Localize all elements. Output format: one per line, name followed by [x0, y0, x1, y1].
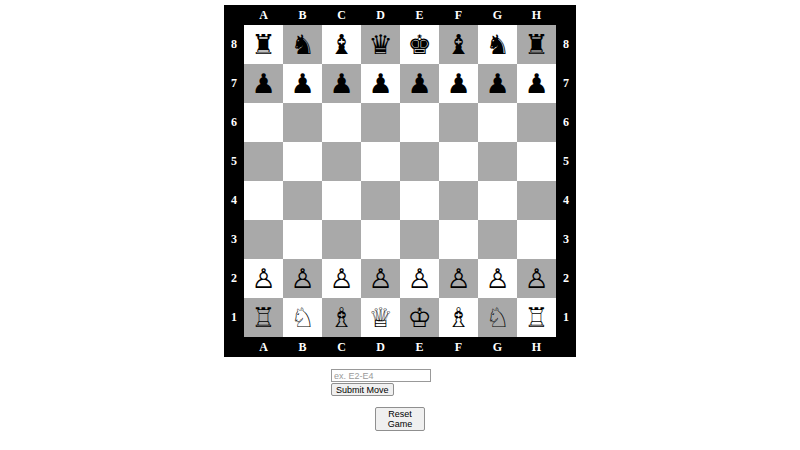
square-a8: ♜ [244, 25, 283, 64]
rank-label-left-3: 3 [224, 220, 244, 259]
piece-black-pawn: ♟ [368, 70, 392, 97]
square-c1: ♗ [322, 298, 361, 337]
piece-white-pawn: ♙ [446, 265, 470, 292]
square-b2: ♙ [283, 259, 322, 298]
piece-black-rook: ♜ [251, 31, 275, 58]
square-c5 [322, 142, 361, 181]
piece-black-pawn: ♟ [485, 70, 509, 97]
square-h2: ♙ [517, 259, 556, 298]
file-label-top-b: B [283, 5, 322, 25]
piece-white-bishop: ♗ [329, 304, 353, 331]
rank-label-right-1: 1 [556, 298, 576, 337]
square-g6 [478, 103, 517, 142]
square-g2: ♙ [478, 259, 517, 298]
square-e2: ♙ [400, 259, 439, 298]
file-label-top-e: E [400, 5, 439, 25]
square-a1: ♖ [244, 298, 283, 337]
piece-white-bishop: ♗ [446, 304, 470, 331]
piece-white-pawn: ♙ [251, 265, 275, 292]
square-d3 [361, 220, 400, 259]
move-input[interactable] [331, 369, 431, 382]
rank-label-right-3: 3 [556, 220, 576, 259]
square-e8: ♚ [400, 25, 439, 64]
square-d4 [361, 181, 400, 220]
piece-white-pawn: ♙ [368, 265, 392, 292]
square-b1: ♘ [283, 298, 322, 337]
piece-black-queen: ♛ [368, 31, 392, 58]
square-c6 [322, 103, 361, 142]
file-label-bottom-b: B [283, 337, 322, 357]
square-a2: ♙ [244, 259, 283, 298]
square-h7: ♟ [517, 64, 556, 103]
square-b3 [283, 220, 322, 259]
square-c4 [322, 181, 361, 220]
piece-black-king: ♚ [407, 31, 431, 58]
square-b5 [283, 142, 322, 181]
piece-white-rook: ♖ [524, 304, 548, 331]
square-a7: ♟ [244, 64, 283, 103]
piece-white-pawn: ♙ [524, 265, 548, 292]
reset-game-button[interactable]: Reset Game [375, 407, 425, 431]
square-h5 [517, 142, 556, 181]
piece-black-bishop: ♝ [446, 31, 470, 58]
square-c2: ♙ [322, 259, 361, 298]
piece-black-rook: ♜ [524, 31, 548, 58]
square-e5 [400, 142, 439, 181]
square-f6 [439, 103, 478, 142]
piece-white-pawn: ♙ [290, 265, 314, 292]
piece-black-bishop: ♝ [329, 31, 353, 58]
square-d5 [361, 142, 400, 181]
square-g7: ♟ [478, 64, 517, 103]
square-c7: ♟ [322, 64, 361, 103]
square-d1: ♕ [361, 298, 400, 337]
rank-label-left-5: 5 [224, 142, 244, 181]
file-label-bottom-c: C [322, 337, 361, 357]
square-c8: ♝ [322, 25, 361, 64]
submit-move-button[interactable]: Submit Move [331, 383, 394, 396]
rank-label-left-8: 8 [224, 25, 244, 64]
file-label-bottom-a: A [244, 337, 283, 357]
square-h1: ♖ [517, 298, 556, 337]
rank-label-right-7: 7 [556, 64, 576, 103]
board-corner [224, 337, 244, 357]
square-b6 [283, 103, 322, 142]
piece-white-knight: ♘ [485, 304, 509, 331]
file-label-bottom-e: E [400, 337, 439, 357]
square-d8: ♛ [361, 25, 400, 64]
piece-black-pawn: ♟ [251, 70, 275, 97]
piece-white-knight: ♘ [290, 304, 314, 331]
square-g4 [478, 181, 517, 220]
square-f7: ♟ [439, 64, 478, 103]
square-f3 [439, 220, 478, 259]
square-e7: ♟ [400, 64, 439, 103]
piece-black-pawn: ♟ [329, 70, 353, 97]
rank-label-left-1: 1 [224, 298, 244, 337]
file-label-top-c: C [322, 5, 361, 25]
file-label-bottom-f: F [439, 337, 478, 357]
rank-label-right-5: 5 [556, 142, 576, 181]
piece-black-pawn: ♟ [446, 70, 470, 97]
page: ABCDEFGH8♜♞♝♛♚♝♞♜87♟♟♟♟♟♟♟♟7665544332♙♙♙… [0, 0, 800, 450]
file-label-bottom-d: D [361, 337, 400, 357]
square-b8: ♞ [283, 25, 322, 64]
file-label-top-h: H [517, 5, 556, 25]
rank-label-left-7: 7 [224, 64, 244, 103]
square-h6 [517, 103, 556, 142]
square-g8: ♞ [478, 25, 517, 64]
square-e4 [400, 181, 439, 220]
rank-label-right-4: 4 [556, 181, 576, 220]
square-f8: ♝ [439, 25, 478, 64]
square-f4 [439, 181, 478, 220]
chess-board: ABCDEFGH8♜♞♝♛♚♝♞♜87♟♟♟♟♟♟♟♟7665544332♙♙♙… [224, 5, 576, 357]
square-d7: ♟ [361, 64, 400, 103]
rank-label-left-6: 6 [224, 103, 244, 142]
piece-white-pawn: ♙ [329, 265, 353, 292]
piece-black-knight: ♞ [290, 31, 314, 58]
square-e6 [400, 103, 439, 142]
square-h3 [517, 220, 556, 259]
square-h4 [517, 181, 556, 220]
rank-label-right-8: 8 [556, 25, 576, 64]
file-label-top-a: A [244, 5, 283, 25]
square-f5 [439, 142, 478, 181]
square-a4 [244, 181, 283, 220]
piece-white-pawn: ♙ [485, 265, 509, 292]
file-label-top-d: D [361, 5, 400, 25]
square-b4 [283, 181, 322, 220]
board-corner [224, 5, 244, 25]
square-c3 [322, 220, 361, 259]
board-corner [556, 5, 576, 25]
square-a6 [244, 103, 283, 142]
square-f1: ♗ [439, 298, 478, 337]
square-g5 [478, 142, 517, 181]
rank-label-right-6: 6 [556, 103, 576, 142]
piece-black-knight: ♞ [485, 31, 509, 58]
square-h8: ♜ [517, 25, 556, 64]
square-d6 [361, 103, 400, 142]
piece-black-pawn: ♟ [524, 70, 548, 97]
square-e3 [400, 220, 439, 259]
piece-white-queen: ♕ [368, 304, 392, 331]
square-e1: ♔ [400, 298, 439, 337]
square-g3 [478, 220, 517, 259]
piece-white-rook: ♖ [251, 304, 275, 331]
square-f2: ♙ [439, 259, 478, 298]
rank-label-right-2: 2 [556, 259, 576, 298]
square-b7: ♟ [283, 64, 322, 103]
square-d2: ♙ [361, 259, 400, 298]
file-label-bottom-h: H [517, 337, 556, 357]
file-label-bottom-g: G [478, 337, 517, 357]
file-label-top-f: F [439, 5, 478, 25]
rank-label-left-4: 4 [224, 181, 244, 220]
piece-white-king: ♔ [407, 304, 431, 331]
rank-label-left-2: 2 [224, 259, 244, 298]
piece-white-pawn: ♙ [407, 265, 431, 292]
board-corner [556, 337, 576, 357]
square-a5 [244, 142, 283, 181]
square-a3 [244, 220, 283, 259]
piece-black-pawn: ♟ [290, 70, 314, 97]
square-g1: ♘ [478, 298, 517, 337]
file-label-top-g: G [478, 5, 517, 25]
piece-black-pawn: ♟ [407, 70, 431, 97]
